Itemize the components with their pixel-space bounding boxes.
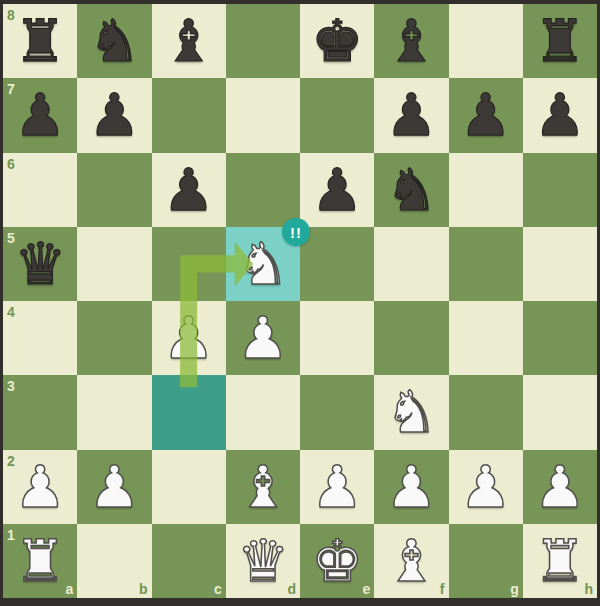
square-f8[interactable]: ♝ <box>374 4 448 78</box>
square-g3[interactable] <box>449 375 523 449</box>
square-g6[interactable] <box>449 153 523 227</box>
square-h6[interactable] <box>523 153 597 227</box>
black-rook[interactable]: ♜ <box>3 4 77 78</box>
square-a7[interactable]: 7♟ <box>3 78 77 152</box>
square-b5[interactable] <box>77 227 151 301</box>
black-king[interactable]: ♚ <box>300 4 374 78</box>
square-d2[interactable]: ♝ <box>226 450 300 524</box>
square-g7[interactable]: ♟ <box>449 78 523 152</box>
file-label-b: b <box>139 581 148 597</box>
black-pawn[interactable]: ♟ <box>77 78 151 152</box>
square-b4[interactable] <box>77 301 151 375</box>
square-g5[interactable] <box>449 227 523 301</box>
square-h1[interactable]: h♜ <box>523 524 597 598</box>
square-g2[interactable]: ♟ <box>449 450 523 524</box>
square-e1[interactable]: e♚ <box>300 524 374 598</box>
square-e3[interactable] <box>300 375 374 449</box>
black-queen[interactable]: ♛ <box>3 227 77 301</box>
white-queen[interactable]: ♛ <box>226 524 300 598</box>
white-rook[interactable]: ♜ <box>523 524 597 598</box>
square-d8[interactable] <box>226 4 300 78</box>
square-a2[interactable]: 2♟ <box>3 450 77 524</box>
square-f6[interactable]: ♞ <box>374 153 448 227</box>
square-d1[interactable]: d♛ <box>226 524 300 598</box>
square-h5[interactable] <box>523 227 597 301</box>
black-pawn[interactable]: ♟ <box>523 78 597 152</box>
square-f7[interactable]: ♟ <box>374 78 448 152</box>
square-a3[interactable]: 3 <box>3 375 77 449</box>
rank-label-3: 3 <box>7 378 15 394</box>
square-f1[interactable]: f♝ <box>374 524 448 598</box>
black-bishop[interactable]: ♝ <box>152 4 226 78</box>
square-f5[interactable] <box>374 227 448 301</box>
black-pawn[interactable]: ♟ <box>152 153 226 227</box>
file-label-g: g <box>510 581 519 597</box>
square-b7[interactable]: ♟ <box>77 78 151 152</box>
rank-label-4: 4 <box>7 304 15 320</box>
white-pawn[interactable]: ♟ <box>226 301 300 375</box>
black-bishop[interactable]: ♝ <box>374 4 448 78</box>
chess-board: 8♜♞♝♚♝♜7♟♟♟♟♟6♟♟♞5♛♞4♟♟3♞2♟♟♝♟♟♟♟1a♜bcd♛… <box>3 4 597 598</box>
square-g4[interactable] <box>449 301 523 375</box>
white-pawn[interactable]: ♟ <box>77 450 151 524</box>
square-d4[interactable]: ♟ <box>226 301 300 375</box>
white-knight[interactable]: ♞ <box>374 375 448 449</box>
square-b1[interactable]: b <box>77 524 151 598</box>
square-c5[interactable] <box>152 227 226 301</box>
black-pawn[interactable]: ♟ <box>3 78 77 152</box>
square-h4[interactable] <box>523 301 597 375</box>
black-rook[interactable]: ♜ <box>523 4 597 78</box>
square-a6[interactable]: 6 <box>3 153 77 227</box>
square-c6[interactable]: ♟ <box>152 153 226 227</box>
square-c8[interactable]: ♝ <box>152 4 226 78</box>
square-h2[interactable]: ♟ <box>523 450 597 524</box>
square-e6[interactable]: ♟ <box>300 153 374 227</box>
square-a5[interactable]: 5♛ <box>3 227 77 301</box>
black-pawn[interactable]: ♟ <box>374 78 448 152</box>
square-h3[interactable] <box>523 375 597 449</box>
white-bishop[interactable]: ♝ <box>374 524 448 598</box>
square-e8[interactable]: ♚ <box>300 4 374 78</box>
square-e2[interactable]: ♟ <box>300 450 374 524</box>
square-b3[interactable] <box>77 375 151 449</box>
square-f3[interactable]: ♞ <box>374 375 448 449</box>
square-f4[interactable] <box>374 301 448 375</box>
square-f2[interactable]: ♟ <box>374 450 448 524</box>
square-g1[interactable]: g <box>449 524 523 598</box>
square-a8[interactable]: 8♜ <box>3 4 77 78</box>
square-d7[interactable] <box>226 78 300 152</box>
file-label-c: c <box>214 581 222 597</box>
white-king[interactable]: ♚ <box>300 524 374 598</box>
white-bishop[interactable]: ♝ <box>226 450 300 524</box>
square-e7[interactable] <box>300 78 374 152</box>
square-b6[interactable] <box>77 153 151 227</box>
square-d6[interactable] <box>226 153 300 227</box>
black-pawn[interactable]: ♟ <box>449 78 523 152</box>
white-pawn[interactable]: ♟ <box>449 450 523 524</box>
square-b8[interactable]: ♞ <box>77 4 151 78</box>
square-a1[interactable]: 1a♜ <box>3 524 77 598</box>
square-b2[interactable]: ♟ <box>77 450 151 524</box>
white-pawn[interactable]: ♟ <box>3 450 77 524</box>
black-pawn[interactable]: ♟ <box>300 153 374 227</box>
square-g8[interactable] <box>449 4 523 78</box>
square-h7[interactable]: ♟ <box>523 78 597 152</box>
square-h8[interactable]: ♜ <box>523 4 597 78</box>
square-e5[interactable] <box>300 227 374 301</box>
black-knight[interactable]: ♞ <box>77 4 151 78</box>
white-pawn[interactable]: ♟ <box>374 450 448 524</box>
brilliant-move-badge: !! <box>282 218 310 246</box>
square-c4[interactable]: ♟ <box>152 301 226 375</box>
square-a4[interactable]: 4 <box>3 301 77 375</box>
square-d3[interactable] <box>226 375 300 449</box>
white-pawn[interactable]: ♟ <box>152 301 226 375</box>
square-c1[interactable]: c <box>152 524 226 598</box>
white-rook[interactable]: ♜ <box>3 524 77 598</box>
black-knight[interactable]: ♞ <box>374 153 448 227</box>
rank-label-6: 6 <box>7 156 15 172</box>
board-frame: 8♜♞♝♚♝♜7♟♟♟♟♟6♟♟♞5♛♞4♟♟3♞2♟♟♝♟♟♟♟1a♜bcd♛… <box>3 4 597 598</box>
square-c2[interactable] <box>152 450 226 524</box>
square-c3[interactable] <box>152 375 226 449</box>
white-pawn[interactable]: ♟ <box>300 450 374 524</box>
square-e4[interactable] <box>300 301 374 375</box>
white-pawn[interactable]: ♟ <box>523 450 597 524</box>
square-c7[interactable] <box>152 78 226 152</box>
